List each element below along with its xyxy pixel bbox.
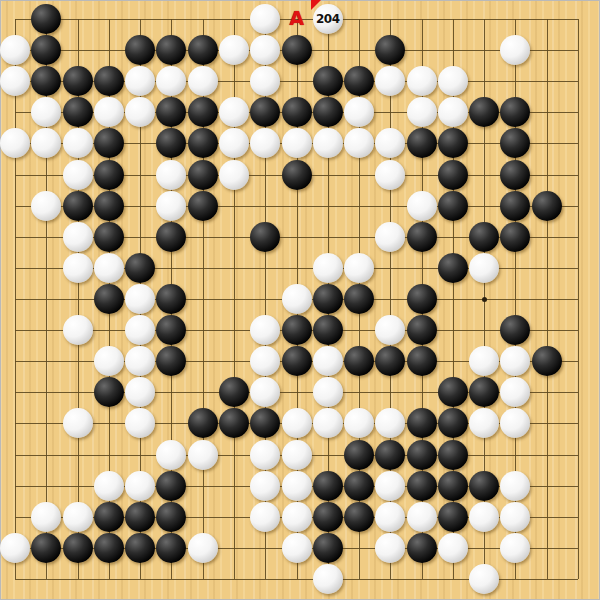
white-stone[interactable] [469,346,499,376]
black-stone[interactable] [532,346,562,376]
white-stone[interactable] [500,533,530,563]
black-stone[interactable] [219,377,249,407]
white-stone[interactable] [250,128,280,158]
white-stone[interactable] [250,440,280,470]
white-stone[interactable] [250,346,280,376]
black-stone[interactable] [63,191,93,221]
white-stone[interactable] [438,533,468,563]
white-stone[interactable] [63,315,93,345]
black-stone[interactable] [31,35,61,65]
black-stone[interactable] [63,97,93,127]
white-stone[interactable] [125,471,155,501]
white-stone[interactable] [250,377,280,407]
black-stone[interactable] [407,128,437,158]
star-point [482,297,487,302]
white-stone[interactable] [219,160,249,190]
white-stone[interactable] [250,502,280,532]
white-stone[interactable] [94,346,124,376]
white-stone[interactable] [469,253,499,283]
black-stone[interactable] [375,440,405,470]
black-stone[interactable] [313,315,343,345]
white-stone[interactable] [313,128,343,158]
black-stone[interactable] [500,97,530,127]
white-stone[interactable] [156,440,186,470]
white-stone[interactable] [63,408,93,438]
white-stone[interactable] [219,128,249,158]
white-stone[interactable] [344,253,374,283]
white-stone[interactable] [375,315,405,345]
white-stone[interactable] [188,533,218,563]
white-stone[interactable] [94,97,124,127]
black-stone[interactable] [156,222,186,252]
grid-line-vertical [578,19,579,579]
black-stone[interactable] [94,128,124,158]
white-stone[interactable] [313,253,343,283]
white-stone[interactable] [313,346,343,376]
black-stone[interactable] [500,315,530,345]
black-stone[interactable] [313,284,343,314]
white-stone[interactable] [94,471,124,501]
white-stone[interactable] [250,315,280,345]
go-game-screenshot: 204 A [0,0,600,600]
white-stone[interactable] [63,160,93,190]
black-stone[interactable] [282,97,312,127]
black-stone[interactable] [407,408,437,438]
black-stone[interactable] [188,128,218,158]
black-stone[interactable] [438,502,468,532]
white-stone[interactable] [469,564,499,594]
white-stone[interactable] [438,66,468,96]
black-stone[interactable] [31,533,61,563]
black-stone[interactable] [156,502,186,532]
black-stone[interactable] [188,408,218,438]
white-stone[interactable] [125,66,155,96]
black-stone[interactable] [313,502,343,532]
white-stone[interactable] [500,471,530,501]
white-stone[interactable] [188,440,218,470]
white-stone[interactable] [125,284,155,314]
white-stone[interactable] [0,128,30,158]
white-stone[interactable] [313,4,343,34]
black-stone[interactable] [282,346,312,376]
white-stone[interactable] [31,191,61,221]
black-stone[interactable] [156,533,186,563]
black-stone[interactable] [188,97,218,127]
white-stone[interactable] [125,315,155,345]
black-stone[interactable] [156,128,186,158]
black-stone[interactable] [500,160,530,190]
black-stone[interactable] [94,222,124,252]
black-stone[interactable] [156,35,186,65]
black-stone[interactable] [94,284,124,314]
white-stone[interactable] [469,502,499,532]
black-stone[interactable] [125,502,155,532]
white-stone[interactable] [63,253,93,283]
black-stone[interactable] [500,191,530,221]
black-stone[interactable] [500,222,530,252]
black-stone[interactable] [438,128,468,158]
black-stone[interactable] [313,533,343,563]
black-stone[interactable] [282,35,312,65]
black-stone[interactable] [63,66,93,96]
black-stone[interactable] [94,533,124,563]
black-stone[interactable] [63,533,93,563]
black-stone[interactable] [156,97,186,127]
black-stone[interactable] [344,502,374,532]
white-stone[interactable] [282,284,312,314]
white-stone[interactable] [282,128,312,158]
white-stone[interactable] [0,66,30,96]
black-stone[interactable] [407,346,437,376]
black-stone[interactable] [125,533,155,563]
white-stone[interactable] [282,502,312,532]
black-stone[interactable] [31,4,61,34]
white-stone[interactable] [125,408,155,438]
white-stone[interactable] [375,128,405,158]
black-stone[interactable] [532,191,562,221]
white-stone[interactable] [0,533,30,563]
white-stone[interactable] [250,471,280,501]
white-stone[interactable] [500,502,530,532]
white-stone[interactable] [407,66,437,96]
white-stone[interactable] [63,502,93,532]
black-stone[interactable] [188,160,218,190]
black-stone[interactable] [469,377,499,407]
black-stone[interactable] [407,222,437,252]
black-stone[interactable] [438,253,468,283]
black-stone[interactable] [407,284,437,314]
black-stone[interactable] [250,222,280,252]
black-stone[interactable] [250,97,280,127]
black-stone[interactable] [438,160,468,190]
black-stone[interactable] [156,346,186,376]
white-stone[interactable] [31,502,61,532]
white-stone[interactable] [156,160,186,190]
white-stone[interactable] [407,191,437,221]
black-stone[interactable] [188,191,218,221]
white-stone[interactable] [282,408,312,438]
white-stone[interactable] [438,97,468,127]
black-stone[interactable] [469,97,499,127]
black-stone[interactable] [438,377,468,407]
go-board[interactable] [0,0,600,600]
black-stone[interactable] [407,471,437,501]
black-stone[interactable] [219,408,249,438]
black-stone[interactable] [438,471,468,501]
black-stone[interactable] [31,66,61,96]
white-stone[interactable] [344,97,374,127]
black-stone[interactable] [94,377,124,407]
white-stone[interactable] [0,35,30,65]
black-stone[interactable] [94,191,124,221]
black-stone[interactable] [344,284,374,314]
black-stone[interactable] [407,315,437,345]
black-stone[interactable] [94,160,124,190]
black-stone[interactable] [344,346,374,376]
black-stone[interactable] [313,471,343,501]
black-stone[interactable] [438,440,468,470]
white-stone[interactable] [313,377,343,407]
white-stone[interactable] [125,97,155,127]
white-stone[interactable] [156,66,186,96]
white-stone[interactable] [375,222,405,252]
black-stone[interactable] [375,346,405,376]
white-stone[interactable] [282,471,312,501]
white-stone[interactable] [407,502,437,532]
white-stone[interactable] [250,66,280,96]
white-stone[interactable] [500,408,530,438]
white-stone[interactable] [63,222,93,252]
black-stone[interactable] [344,471,374,501]
grid-line-vertical [547,19,548,579]
white-stone[interactable] [500,377,530,407]
black-stone[interactable] [344,440,374,470]
white-stone[interactable] [63,128,93,158]
white-stone[interactable] [94,253,124,283]
black-stone[interactable] [282,315,312,345]
black-stone[interactable] [156,284,186,314]
white-stone[interactable] [500,346,530,376]
white-stone[interactable] [282,533,312,563]
white-stone[interactable] [500,35,530,65]
black-stone[interactable] [250,408,280,438]
white-stone[interactable] [31,128,61,158]
black-stone[interactable] [94,66,124,96]
white-stone[interactable] [344,408,374,438]
white-stone[interactable] [375,408,405,438]
white-stone[interactable] [375,502,405,532]
black-stone[interactable] [407,533,437,563]
white-stone[interactable] [125,377,155,407]
white-stone[interactable] [375,160,405,190]
white-stone[interactable] [188,66,218,96]
white-stone[interactable] [375,533,405,563]
white-stone[interactable] [282,440,312,470]
white-stone[interactable] [250,35,280,65]
black-stone[interactable] [469,222,499,252]
white-stone[interactable] [344,128,374,158]
black-stone[interactable] [125,35,155,65]
white-stone[interactable] [31,97,61,127]
white-stone[interactable] [375,66,405,96]
black-stone[interactable] [438,408,468,438]
black-stone[interactable] [282,160,312,190]
white-stone[interactable] [313,564,343,594]
white-stone[interactable] [375,471,405,501]
white-stone[interactable] [219,35,249,65]
black-stone[interactable] [500,128,530,158]
black-stone[interactable] [313,97,343,127]
black-stone[interactable] [375,35,405,65]
white-stone[interactable] [219,97,249,127]
black-stone[interactable] [188,35,218,65]
white-stone[interactable] [313,408,343,438]
white-stone[interactable] [156,191,186,221]
black-stone[interactable] [407,440,437,470]
black-stone[interactable] [469,471,499,501]
black-stone[interactable] [94,502,124,532]
white-stone[interactable] [469,408,499,438]
black-stone[interactable] [344,66,374,96]
black-stone[interactable] [438,191,468,221]
black-stone[interactable] [156,315,186,345]
black-stone[interactable] [156,471,186,501]
white-stone[interactable] [250,4,280,34]
black-stone[interactable] [125,253,155,283]
white-stone[interactable] [125,346,155,376]
white-stone[interactable] [407,97,437,127]
black-stone[interactable] [313,66,343,96]
